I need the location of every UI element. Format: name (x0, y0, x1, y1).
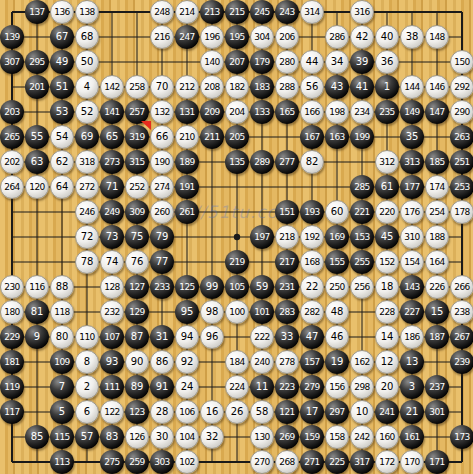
stone-black-265: 265 (0, 125, 24, 149)
stone-white-140: 140 (200, 50, 224, 74)
stone-white-44: 44 (300, 50, 324, 74)
stone-black-261: 261 (175, 200, 199, 224)
stone-black-137: 137 (25, 0, 49, 24)
stone-white-254: 254 (425, 200, 449, 224)
stone-black-35: 35 (400, 125, 424, 149)
stone-white-148: 148 (425, 25, 449, 49)
stone-black-77: 77 (150, 250, 174, 274)
stone-black-117: 117 (0, 400, 24, 424)
stone-white-172: 172 (375, 450, 399, 474)
stone-black-143: 143 (400, 275, 424, 299)
stone-black-129: 129 (125, 300, 149, 324)
stone-black-193: 193 (300, 200, 324, 224)
stone-black-67: 67 (50, 25, 74, 49)
stone-white-76: 76 (125, 250, 149, 274)
stone-black-205: 205 (225, 125, 249, 149)
stone-black-159: 159 (300, 425, 324, 449)
stone-white-222: 222 (250, 325, 274, 349)
stone-black-237: 237 (425, 375, 449, 399)
stone-black-315: 315 (125, 150, 149, 174)
stone-black-11: 11 (250, 375, 274, 399)
stone-white-86: 86 (150, 350, 174, 374)
stone-white-30: 30 (150, 425, 174, 449)
stone-white-240: 240 (250, 350, 274, 374)
stone-white-174: 174 (425, 175, 449, 199)
stone-black-255: 255 (350, 250, 374, 274)
stone-black-259: 259 (125, 450, 149, 474)
stone-white-232: 232 (100, 300, 124, 324)
stone-white-206: 206 (275, 25, 299, 49)
stone-white-318: 318 (75, 150, 99, 174)
stone-black-113: 113 (50, 450, 74, 474)
stone-white-24: 24 (175, 375, 199, 399)
stone-white-158: 158 (325, 425, 349, 449)
stone-white-156: 156 (325, 375, 349, 399)
stone-white-282: 282 (300, 300, 324, 324)
stone-white-250: 250 (325, 275, 349, 299)
stone-white-118: 118 (50, 300, 74, 324)
stone-black-277: 277 (275, 150, 299, 174)
stone-white-218: 218 (275, 225, 299, 249)
stone-black-239: 239 (450, 350, 473, 374)
stone-white-176: 176 (400, 200, 424, 224)
stone-black-187: 187 (425, 325, 449, 349)
stone-black-169: 169 (325, 225, 349, 249)
stone-black-125: 125 (175, 275, 199, 299)
stone-white-94: 94 (175, 325, 199, 349)
stone-white-128: 128 (100, 275, 124, 299)
stone-black-283: 283 (275, 300, 299, 324)
stone-white-212: 212 (175, 75, 199, 99)
stone-black-91: 91 (150, 375, 174, 399)
stone-white-242: 242 (350, 425, 374, 449)
stone-black-39: 39 (350, 50, 374, 74)
stone-black-157: 157 (300, 350, 324, 374)
stone-black-135: 135 (225, 150, 249, 174)
stone-white-274: 274 (150, 175, 174, 199)
stone-white-34: 34 (325, 50, 349, 74)
stone-black-263: 263 (450, 125, 473, 149)
stone-black-43: 43 (325, 75, 349, 99)
stone-black-253: 253 (450, 175, 473, 199)
stone-black-47: 47 (300, 325, 324, 349)
stone-white-248: 248 (150, 0, 174, 24)
stone-black-101: 101 (250, 300, 274, 324)
stone-white-238: 238 (450, 300, 473, 324)
stone-white-252: 252 (125, 175, 149, 199)
stone-black-303: 303 (150, 450, 174, 474)
stone-black-149: 149 (400, 100, 424, 124)
stone-black-65: 65 (100, 125, 124, 149)
stone-white-56: 56 (300, 75, 324, 99)
stone-black-55: 55 (25, 125, 49, 149)
stone-black-133: 133 (250, 100, 274, 124)
stone-white-28: 28 (150, 400, 174, 424)
stone-white-214: 214 (175, 0, 199, 24)
stone-black-269: 269 (275, 425, 299, 449)
stone-black-273: 273 (100, 150, 124, 174)
stone-white-178: 178 (450, 200, 473, 224)
stone-black-59: 59 (250, 275, 274, 299)
stone-black-85: 85 (25, 425, 49, 449)
stone-black-247: 247 (175, 25, 199, 49)
stone-white-60: 60 (325, 200, 349, 224)
stone-white-192: 192 (300, 225, 324, 249)
stone-white-150: 150 (450, 50, 473, 74)
stone-black-71: 71 (100, 175, 124, 199)
stone-white-198: 198 (325, 100, 349, 124)
stone-black-33: 33 (275, 325, 299, 349)
stone-white-62: 62 (50, 150, 74, 174)
stone-white-196: 196 (200, 25, 224, 49)
stone-white-38: 38 (400, 25, 424, 49)
stone-white-230: 230 (0, 275, 24, 299)
stone-black-235: 235 (375, 100, 399, 124)
stone-white-116: 116 (25, 275, 49, 299)
stone-black-297: 297 (325, 400, 349, 424)
stone-white-136: 136 (50, 0, 74, 24)
stone-white-224: 224 (225, 375, 249, 399)
stone-white-80: 80 (50, 325, 74, 349)
stone-white-16: 16 (200, 400, 224, 424)
stone-white-258: 258 (125, 75, 149, 99)
stone-black-19: 19 (325, 350, 349, 374)
stone-white-180: 180 (0, 300, 24, 324)
stone-black-61: 61 (375, 175, 399, 199)
stone-white-12: 12 (375, 350, 399, 374)
stone-white-162: 162 (350, 350, 374, 374)
stone-white-54: 54 (50, 125, 74, 149)
stone-black-13: 13 (400, 350, 424, 374)
stone-white-266: 266 (450, 275, 473, 299)
stone-white-268: 268 (275, 450, 299, 474)
stone-black-15: 15 (425, 300, 449, 324)
stone-white-152: 152 (375, 250, 399, 274)
stone-black-189: 189 (175, 150, 199, 174)
stone-black-183: 183 (250, 75, 274, 99)
stone-black-95: 95 (175, 300, 199, 324)
stone-black-191: 191 (175, 175, 199, 199)
stone-black-219: 219 (225, 250, 249, 274)
stone-black-21: 21 (400, 400, 424, 424)
stone-black-249: 249 (100, 200, 124, 224)
stone-white-220: 220 (375, 200, 399, 224)
stone-white-90: 90 (125, 350, 149, 374)
stone-black-119: 119 (0, 375, 24, 399)
stone-black-161: 161 (400, 425, 424, 449)
stone-black-171: 171 (425, 450, 449, 474)
stone-black-83: 83 (100, 425, 124, 449)
stone-black-301: 301 (425, 400, 449, 424)
stone-black-41: 41 (350, 75, 374, 99)
stone-black-127: 127 (125, 275, 149, 299)
stone-black-123: 123 (125, 400, 149, 424)
stone-white-122: 122 (100, 400, 124, 424)
stone-black-141: 141 (100, 100, 124, 124)
stone-black-289: 289 (250, 150, 274, 174)
stone-white-188: 188 (425, 225, 449, 249)
stone-white-106: 106 (175, 400, 199, 424)
stone-black-5: 5 (50, 400, 74, 424)
stone-black-211: 211 (200, 125, 224, 149)
stone-black-319: 319 (125, 125, 149, 149)
stone-black-197: 197 (250, 225, 274, 249)
stone-white-182: 182 (225, 75, 249, 99)
stone-black-139: 139 (0, 25, 24, 49)
stone-white-298: 298 (350, 375, 374, 399)
stone-black-73: 73 (100, 225, 124, 249)
stone-black-121: 121 (275, 400, 299, 424)
stone-black-1: 1 (375, 75, 399, 99)
stone-black-151: 151 (275, 200, 299, 224)
stone-black-153: 153 (350, 225, 374, 249)
stone-white-312: 312 (375, 150, 399, 174)
stone-white-210: 210 (175, 125, 199, 149)
stone-white-14: 14 (375, 325, 399, 349)
stone-black-51: 51 (50, 75, 74, 99)
stone-black-3: 3 (400, 375, 424, 399)
stone-white-316: 316 (350, 0, 374, 24)
stone-black-81: 81 (25, 300, 49, 324)
stone-black-267: 267 (450, 325, 473, 349)
stone-black-225: 225 (325, 450, 349, 474)
last-move-marker-icon (141, 121, 151, 130)
stone-black-111: 111 (100, 375, 124, 399)
stone-white-104: 104 (175, 425, 199, 449)
stone-white-168: 168 (300, 250, 324, 274)
stone-black-89: 89 (125, 375, 149, 399)
stone-white-204: 204 (225, 100, 249, 124)
stone-black-57: 57 (75, 425, 99, 449)
stone-white-154: 154 (400, 250, 424, 274)
stone-white-22: 22 (300, 275, 324, 299)
go-board: https://51tu.com 13713613824821421321524… (0, 0, 473, 474)
stone-black-309: 309 (125, 200, 149, 224)
stone-white-202: 202 (0, 150, 24, 174)
stone-white-26: 26 (225, 400, 249, 424)
stone-white-288: 288 (275, 75, 299, 99)
stone-black-177: 177 (400, 175, 424, 199)
stone-white-120: 120 (25, 175, 49, 199)
stone-black-215: 215 (225, 0, 249, 24)
stone-white-46: 46 (325, 325, 349, 349)
stone-white-286: 286 (325, 25, 349, 49)
stone-black-99: 99 (200, 275, 224, 299)
stone-white-272: 272 (75, 175, 99, 199)
stone-white-170: 170 (400, 450, 424, 474)
stone-black-147: 147 (425, 100, 449, 124)
stone-white-208: 208 (200, 75, 224, 99)
stone-white-78: 78 (75, 250, 99, 274)
stone-black-17: 17 (300, 400, 324, 424)
stone-white-98: 98 (200, 300, 224, 324)
stone-white-36: 36 (375, 50, 399, 74)
stone-black-233: 233 (150, 275, 174, 299)
stone-white-186: 186 (400, 325, 424, 349)
stone-black-63: 63 (25, 150, 49, 174)
stone-white-142: 142 (100, 75, 124, 99)
stone-black-207: 207 (225, 50, 249, 74)
stone-white-74: 74 (100, 250, 124, 274)
stone-black-217: 217 (275, 250, 299, 274)
stone-white-10: 10 (350, 400, 374, 424)
stone-black-45: 45 (375, 225, 399, 249)
stone-white-280: 280 (275, 50, 299, 74)
stone-black-93: 93 (100, 350, 124, 374)
stone-black-223: 223 (275, 375, 299, 399)
stone-white-292: 292 (450, 75, 473, 99)
stone-white-8: 8 (75, 350, 99, 374)
stone-black-313: 313 (400, 150, 424, 174)
stone-black-31: 31 (150, 325, 174, 349)
stone-white-102: 102 (175, 450, 199, 474)
stone-black-285: 285 (350, 175, 374, 199)
stone-black-165: 165 (275, 100, 299, 124)
stone-black-179: 179 (250, 50, 274, 74)
stone-black-241: 241 (375, 400, 399, 424)
stone-white-290: 290 (450, 100, 473, 124)
stone-black-167: 167 (300, 125, 324, 149)
stone-white-96: 96 (200, 325, 224, 349)
stone-black-243: 243 (275, 0, 299, 24)
stone-white-110: 110 (75, 325, 99, 349)
stone-black-107: 107 (100, 325, 124, 349)
stone-black-295: 295 (25, 50, 49, 74)
stone-white-184: 184 (225, 350, 249, 374)
stone-white-6: 6 (75, 400, 99, 424)
stone-black-163: 163 (325, 125, 349, 149)
stone-white-2: 2 (75, 375, 99, 399)
stone-white-68: 68 (75, 25, 99, 49)
stone-white-256: 256 (350, 275, 374, 299)
tengen-star-point (234, 234, 240, 240)
stone-white-260: 260 (150, 200, 174, 224)
stone-white-304: 304 (250, 25, 274, 49)
stone-white-190: 190 (150, 150, 174, 174)
stone-black-221: 221 (350, 200, 374, 224)
stone-white-144: 144 (400, 75, 424, 99)
stone-black-69: 69 (75, 125, 99, 149)
stone-black-271: 271 (300, 450, 324, 474)
stone-white-228: 228 (375, 300, 399, 324)
stone-white-100: 100 (225, 300, 249, 324)
stone-white-48: 48 (325, 300, 349, 324)
stone-black-251: 251 (450, 150, 473, 174)
stone-black-279: 279 (300, 375, 324, 399)
stone-black-231: 231 (275, 275, 299, 299)
stone-black-307: 307 (0, 50, 24, 74)
stone-white-246: 246 (75, 200, 99, 224)
stone-black-275: 275 (100, 450, 124, 474)
stone-white-64: 64 (50, 175, 74, 199)
stone-white-66: 66 (150, 125, 174, 149)
stone-black-105: 105 (225, 275, 249, 299)
stone-white-270: 270 (250, 450, 274, 474)
stone-black-75: 75 (125, 225, 149, 249)
stone-black-109: 109 (50, 350, 74, 374)
stone-black-53: 53 (50, 100, 74, 124)
stone-white-4: 4 (75, 75, 99, 99)
stone-white-132: 132 (150, 100, 174, 124)
stone-black-9: 9 (25, 325, 49, 349)
stone-white-42: 42 (350, 25, 374, 49)
stone-white-164: 164 (425, 250, 449, 274)
stone-black-203: 203 (0, 100, 24, 124)
stone-white-310: 310 (400, 225, 424, 249)
stone-white-72: 72 (75, 225, 99, 249)
stone-black-195: 195 (225, 25, 249, 49)
stone-white-234: 234 (350, 100, 374, 124)
stone-white-32: 32 (200, 425, 224, 449)
stone-black-245: 245 (250, 0, 274, 24)
stone-white-138: 138 (75, 0, 99, 24)
stone-white-20: 20 (375, 375, 399, 399)
stone-white-216: 216 (150, 25, 174, 49)
stone-white-160: 160 (375, 425, 399, 449)
stone-black-317: 317 (350, 450, 374, 474)
stone-black-131: 131 (175, 100, 199, 124)
stone-black-173: 173 (450, 425, 473, 449)
stone-black-229: 229 (0, 325, 24, 349)
stone-white-18: 18 (375, 275, 399, 299)
stone-white-40: 40 (375, 25, 399, 49)
stone-black-7: 7 (50, 375, 74, 399)
stone-black-199: 199 (350, 125, 374, 149)
stone-white-52: 52 (75, 100, 99, 124)
stone-black-87: 87 (125, 325, 149, 349)
stone-white-82: 82 (300, 150, 324, 174)
stone-black-79: 79 (150, 225, 174, 249)
stone-black-49: 49 (50, 50, 74, 74)
stone-white-314: 314 (300, 0, 324, 24)
stone-white-130: 130 (250, 425, 274, 449)
stone-black-227: 227 (400, 300, 424, 324)
stone-white-146: 146 (425, 75, 449, 99)
stone-white-278: 278 (275, 350, 299, 374)
stone-black-185: 185 (425, 150, 449, 174)
stone-black-115: 115 (50, 425, 74, 449)
stone-black-181: 181 (0, 350, 24, 374)
stone-white-70: 70 (150, 75, 174, 99)
stone-black-213: 213 (200, 0, 224, 24)
stone-white-88: 88 (50, 275, 74, 299)
stone-white-226: 226 (425, 275, 449, 299)
stone-black-155: 155 (325, 250, 349, 274)
stone-white-126: 126 (125, 425, 149, 449)
stone-white-58: 58 (250, 400, 274, 424)
stone-black-209: 209 (200, 100, 224, 124)
stone-white-92: 92 (175, 350, 199, 374)
stone-white-166: 166 (300, 100, 324, 124)
stone-black-201: 201 (25, 75, 49, 99)
stone-white-50: 50 (75, 50, 99, 74)
stone-white-264: 264 (0, 175, 24, 199)
